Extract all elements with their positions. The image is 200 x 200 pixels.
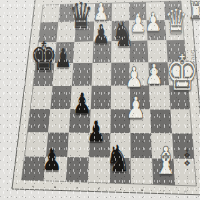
square-b7 bbox=[57, 22, 76, 42]
square-c2 bbox=[148, 40, 168, 62]
square-c7 bbox=[55, 42, 75, 63]
square-a1 bbox=[164, 1, 183, 20]
square-e7 bbox=[50, 86, 72, 109]
square-e6 bbox=[70, 86, 91, 109]
square-b5 bbox=[94, 21, 112, 42]
square-c1 bbox=[166, 40, 186, 62]
corner-emblem: ❖ bbox=[183, 159, 190, 168]
square-e5 bbox=[91, 86, 111, 110]
square-a8 bbox=[41, 5, 60, 23]
square-a7 bbox=[58, 4, 77, 22]
square-g2 bbox=[151, 133, 174, 158]
square-f4 bbox=[111, 109, 131, 133]
square-c3 bbox=[129, 41, 148, 63]
square-h8 bbox=[22, 157, 46, 181]
square-h5 bbox=[88, 158, 110, 184]
square-b6 bbox=[75, 21, 95, 42]
square-g5 bbox=[89, 133, 111, 158]
square-g7 bbox=[46, 133, 69, 158]
square-a5 bbox=[94, 3, 112, 21]
square-b8 bbox=[39, 22, 59, 42]
square-g4 bbox=[110, 133, 130, 158]
square-d5 bbox=[92, 63, 112, 86]
square-h4 bbox=[110, 158, 131, 184]
border-mark bbox=[141, 189, 143, 191]
square-d8 bbox=[33, 63, 54, 86]
square-d3 bbox=[130, 62, 150, 85]
chessboard-photo: Drueke❖❖❖ ♟♟♟♛♜♟♟♚♟♝♚♛♟♟♞♟♟♟♞ bbox=[0, 0, 200, 200]
square-a3 bbox=[129, 2, 147, 21]
square-c6 bbox=[73, 42, 93, 64]
square-d6 bbox=[72, 63, 93, 86]
border-mark bbox=[120, 189, 121, 190]
square-a2 bbox=[146, 2, 165, 21]
square-d4 bbox=[111, 63, 130, 86]
square-a6 bbox=[76, 4, 95, 22]
square-g8 bbox=[25, 133, 49, 157]
square-d1 bbox=[168, 62, 188, 86]
square-b1 bbox=[165, 20, 184, 41]
square-f2 bbox=[150, 109, 172, 133]
square-h3 bbox=[131, 158, 153, 184]
border-mark bbox=[54, 186, 56, 188]
square-e1 bbox=[169, 86, 190, 110]
square-g3 bbox=[131, 133, 153, 158]
square-b3 bbox=[129, 20, 147, 41]
square-d7 bbox=[53, 63, 74, 86]
square-e8 bbox=[30, 86, 52, 109]
square-f8 bbox=[28, 109, 51, 133]
square-h2 bbox=[152, 158, 175, 185]
square-e3 bbox=[130, 86, 150, 110]
square-g6 bbox=[67, 133, 90, 158]
chess-board: Drueke❖❖❖ bbox=[0, 0, 200, 200]
square-f1 bbox=[171, 109, 192, 133]
border-mark bbox=[163, 190, 164, 191]
border-mark bbox=[76, 187, 77, 188]
square-f7 bbox=[48, 109, 70, 133]
square-c8 bbox=[36, 42, 57, 63]
border-mark bbox=[98, 188, 100, 190]
square-c4 bbox=[111, 41, 129, 63]
border-mark bbox=[32, 186, 33, 187]
square-e2 bbox=[149, 86, 170, 110]
border-mark bbox=[185, 191, 187, 193]
square-e4 bbox=[111, 86, 130, 110]
square-h7 bbox=[44, 157, 68, 182]
square-f6 bbox=[69, 109, 91, 133]
square-a4 bbox=[112, 3, 129, 22]
square-b4 bbox=[112, 21, 130, 42]
square-f5 bbox=[90, 109, 111, 133]
square-h6 bbox=[66, 157, 89, 182]
square-f3 bbox=[130, 109, 151, 133]
square-d2 bbox=[148, 62, 169, 85]
corner-emblem: ❖ bbox=[185, 148, 189, 153]
square-c5 bbox=[93, 41, 112, 63]
square-b2 bbox=[147, 20, 167, 41]
